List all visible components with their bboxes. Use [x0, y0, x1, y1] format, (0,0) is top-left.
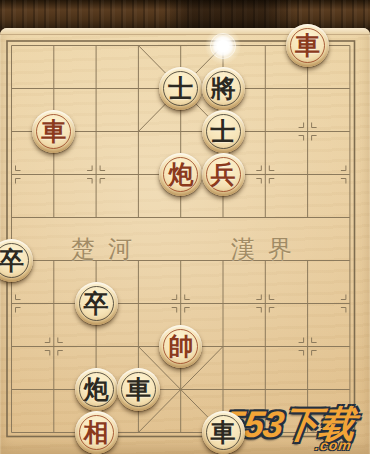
piece-character: 車 [41, 110, 66, 153]
piece-red-chariot[interactable]: 車 [32, 110, 75, 153]
piece-red-chariot[interactable]: 車 [286, 24, 329, 67]
piece-black-chariot[interactable]: 車 [117, 368, 160, 411]
piece-character: 卒 [0, 239, 24, 282]
piece-character: 士 [168, 67, 193, 110]
piece-character: 士 [211, 110, 236, 153]
piece-black-advisor[interactable]: 士 [202, 110, 245, 153]
piece-black-chariot[interactable]: 車 [202, 411, 245, 454]
piece-black-general[interactable]: 將 [202, 67, 245, 110]
piece-character: 車 [126, 368, 151, 411]
piece-red-pawn[interactable]: 兵 [202, 153, 245, 196]
piece-red-general[interactable]: 帥 [159, 325, 202, 368]
xiangqi-game-screen: 楚河 漢界 553下载 .com 車士將車士炮兵卒卒帥炮車相車 [0, 0, 370, 454]
piece-character: 炮 [84, 368, 109, 411]
piece-character: 將 [211, 67, 236, 110]
piece-character: 兵 [211, 153, 236, 196]
river-label-chu-he: 楚河 [71, 233, 145, 265]
piece-black-advisor[interactable]: 士 [159, 67, 202, 110]
piece-black-cannon[interactable]: 炮 [75, 368, 118, 411]
piece-red-cannon[interactable]: 炮 [159, 153, 202, 196]
piece-character: 車 [295, 24, 320, 67]
river-label-han-jie: 漢界 [231, 233, 305, 265]
piece-character: 卒 [84, 282, 109, 325]
piece-red-elephant[interactable]: 相 [75, 411, 118, 454]
piece-character: 帥 [168, 325, 193, 368]
piece-character: 炮 [168, 153, 193, 196]
watermark-suffix: .com [314, 437, 353, 453]
piece-character: 車 [211, 411, 236, 454]
piece-black-pawn[interactable]: 卒 [75, 282, 118, 325]
piece-character: 相 [84, 411, 109, 454]
